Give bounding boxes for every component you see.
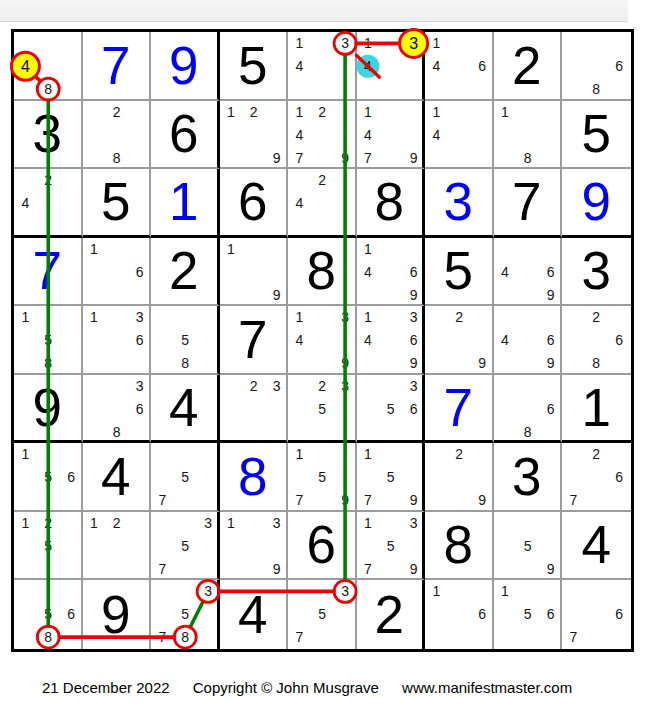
candidate-3: 3 [273,379,281,393]
candidate-1: 1 [295,36,303,50]
candidate-8: 8 [44,82,52,96]
cell-r8c3[interactable]: 357 [151,512,220,581]
cell-r9c3[interactable]: 3578 [151,580,220,649]
candidate-1: 1 [21,310,29,324]
cell-r7c1[interactable]: 156 [14,443,83,512]
cell-r8c7[interactable]: 8 [425,512,494,581]
cell-r2c8[interactable]: 18 [494,101,563,170]
given-digit: 4 [151,375,217,441]
given-digit: 8 [357,169,423,235]
cell-r1c7[interactable]: 146 [425,32,494,101]
candidate-4: 4 [295,128,303,142]
candidate-5: 5 [44,470,52,484]
cell-r1c5[interactable]: 134 [288,32,357,101]
candidate-5: 5 [181,333,189,347]
cell-r5c1[interactable]: 158 [14,306,83,375]
cell-r6c4[interactable]: 23 [220,375,289,444]
candidate-4: 4 [364,265,372,279]
cell-r5c2[interactable]: 136 [83,306,152,375]
candidate-2: 2 [318,379,326,393]
candidate-2: 2 [318,173,326,187]
cell-r8c5[interactable]: 6 [288,512,357,581]
candidate-8: 8 [113,151,121,165]
candidate-9: 9 [341,356,349,370]
candidate-9: 9 [273,288,281,302]
cell-r5c3[interactable]: 58 [151,306,220,375]
given-digit: 6 [151,101,217,168]
cell-r9c4[interactable]: 4 [220,580,289,649]
candidate-6: 6 [547,333,555,347]
given-digit: 4 [562,512,631,579]
given-digit: 8 [425,512,492,579]
candidate-2: 2 [318,105,326,119]
cell-r9c5[interactable]: 357 [288,580,357,649]
cell-r8c4[interactable]: 139 [220,512,289,581]
candidate-6: 6 [478,607,486,621]
cell-r7c7[interactable]: 29 [425,443,494,512]
cell-r1c9[interactable]: 68 [562,32,631,101]
cell-r2c3[interactable]: 6 [151,101,220,170]
cell-r4c9[interactable]: 3 [562,238,631,307]
candidate-5: 5 [181,539,189,553]
cell-r7c9[interactable]: 267 [562,443,631,512]
candidate-5: 5 [44,333,52,347]
candidate-4: 4 [21,196,29,210]
given-digit: 3 [14,101,81,168]
candidate-7: 7 [158,630,166,644]
candidate-5: 5 [524,539,532,553]
window-top-bar [0,0,628,22]
candidate-7: 7 [295,630,303,644]
cell-r5c4[interactable]: 7 [220,306,289,375]
candidate-5: 5 [318,470,326,484]
candidate-9: 9 [273,562,281,576]
candidate-3: 3 [410,379,418,393]
given-digit: 5 [220,32,287,99]
candidate-8: 8 [181,356,189,370]
candidate-5: 5 [524,607,532,621]
given-digit: 7 [220,306,287,373]
cell-r5c9[interactable]: 268 [562,306,631,375]
candidate-1: 1 [21,447,29,461]
cell-r1c4[interactable]: 5 [220,32,289,101]
given-digit: 7 [494,169,561,235]
candidate-4: 4 [501,265,509,279]
given-digit: 5 [562,101,631,168]
given-digit: 8 [288,238,355,305]
cell-r2c1[interactable]: 3 [14,101,83,170]
candidate-9: 9 [410,356,418,370]
candidate-1: 1 [295,310,303,324]
candidate-4: 4 [432,128,440,142]
cell-r4c4[interactable]: 19 [220,238,289,307]
candidate-6: 6 [547,402,555,416]
cell-r4c6[interactable]: 1469 [357,238,426,307]
candidate-9: 9 [547,356,555,370]
cell-r6c5[interactable]: 235 [288,375,357,444]
cell-r6c2[interactable]: 368 [83,375,152,444]
solved-digit: 9 [151,32,217,99]
candidate-1: 1 [90,242,98,256]
cell-r2c2[interactable]: 28 [83,101,152,170]
candidate-1: 1 [432,105,440,119]
given-digit: 5 [83,169,150,235]
cell-r3c8[interactable]: 7 [494,169,563,238]
solved-digit: 8 [220,443,287,510]
candidate-8: 8 [524,425,532,439]
candidate-5: 5 [387,470,395,484]
candidate-9: 9 [410,493,418,507]
candidate-3: 3 [273,516,281,530]
solved-digit: 3 [425,169,492,235]
cell-r4c7[interactable]: 5 [425,238,494,307]
candidate-4: 4 [295,59,303,73]
cell-r4c1[interactable]: 7 [14,238,83,307]
candidate-1: 1 [501,105,509,119]
cell-r6c1[interactable]: 9 [14,375,83,444]
candidate-3: 3 [136,379,144,393]
candidate-6: 6 [410,333,418,347]
candidate-2: 2 [44,173,52,187]
candidate-1: 1 [432,584,440,598]
candidate-1: 1 [364,242,372,256]
candidate-9: 9 [410,151,418,165]
candidate-8: 8 [44,356,52,370]
candidate-1: 1 [295,105,303,119]
candidate-3: 3 [341,379,349,393]
candidate-4: 4 [364,128,372,142]
candidate-3: 3 [204,516,212,530]
cell-r2c6[interactable]: 1479 [357,101,426,170]
candidate-1: 1 [364,36,372,50]
cell-r9c1[interactable]: 568 [14,580,83,649]
candidate-1: 1 [432,36,440,50]
candidate-7: 7 [569,630,577,644]
cell-r3c3[interactable]: 1 [151,169,220,238]
candidate-2: 2 [44,516,52,530]
cell-r1c6[interactable]: 134 [357,32,426,101]
cell-r4c3[interactable]: 2 [151,238,220,307]
candidate-5: 5 [44,607,52,621]
candidate-3: 3 [410,36,418,50]
cell-r5c8[interactable]: 469 [494,306,563,375]
cell-r5c6[interactable]: 13469 [357,306,426,375]
candidate-5: 5 [318,402,326,416]
given-digit: 2 [357,580,423,649]
candidate-1: 1 [364,516,372,530]
candidate-1: 1 [295,447,303,461]
candidate-1: 1 [227,242,235,256]
cell-r8c9[interactable]: 4 [562,512,631,581]
candidate-8: 8 [592,356,600,370]
candidate-3: 3 [204,584,212,598]
candidate-6: 6 [615,607,623,621]
candidate-4: 4 [364,59,372,73]
cell-r6c3[interactable]: 4 [151,375,220,444]
cell-r4c8[interactable]: 469 [494,238,563,307]
candidate-6: 6 [136,265,144,279]
candidate-9: 9 [410,562,418,576]
candidate-6: 6 [615,59,623,73]
given-digit: 1 [562,375,631,441]
cell-r7c4[interactable]: 8 [220,443,289,512]
candidate-1: 1 [227,105,235,119]
given-digit: 3 [562,238,631,305]
given-digit: 3 [494,443,561,510]
candidate-1: 1 [227,516,235,530]
cell-r7c3[interactable]: 57 [151,443,220,512]
candidate-1: 1 [21,516,29,530]
candidate-6: 6 [410,265,418,279]
candidate-5: 5 [387,402,395,416]
footer: 21 December 2022 Copyright © John Musgra… [42,679,572,696]
candidate-7: 7 [364,493,372,507]
candidate-6: 6 [478,59,486,73]
cell-r1c1[interactable]: 8 [14,32,83,101]
candidate-2: 2 [455,447,463,461]
candidate-2: 2 [455,310,463,324]
cell-r9c9[interactable]: 67 [562,580,631,649]
candidate-7: 7 [158,562,166,576]
candidate-3: 3 [341,36,349,50]
candidate-2: 2 [113,105,121,119]
solved-digit: 7 [14,238,81,305]
candidate-9: 9 [410,288,418,302]
candidate-9: 9 [478,356,486,370]
cell-r3c2[interactable]: 5 [83,169,152,238]
given-digit: 4 [83,443,150,510]
candidate-5: 5 [181,607,189,621]
cell-r6c9[interactable]: 1 [562,375,631,444]
candidate-6: 6 [547,607,555,621]
candidate-3: 3 [136,310,144,324]
candidate-4: 4 [501,333,509,347]
candidate-7: 7 [364,562,372,576]
candidate-6: 6 [67,607,75,621]
cell-r8c1[interactable]: 125 [14,512,83,581]
candidate-5: 5 [318,607,326,621]
cell-r3c7[interactable]: 3 [425,169,494,238]
candidate-9: 9 [273,151,281,165]
solved-digit: 9 [562,169,631,235]
cell-r2c5[interactable]: 12479 [288,101,357,170]
given-digit: 4 [220,580,287,649]
cell-r3c1[interactable]: 24 [14,169,83,238]
given-digit: 2 [151,238,217,305]
candidate-7: 7 [295,493,303,507]
candidate-7: 7 [158,493,166,507]
candidate-7: 7 [295,151,303,165]
cell-r6c8[interactable]: 68 [494,375,563,444]
candidate-2: 2 [113,516,121,530]
candidate-6: 6 [67,470,75,484]
cell-r9c2[interactable]: 9 [83,580,152,649]
given-digit: 5 [425,238,492,305]
candidate-3: 3 [410,516,418,530]
given-digit: 6 [220,169,287,235]
candidate-4: 4 [364,333,372,347]
candidate-1: 1 [364,105,372,119]
candidate-4: 4 [295,196,303,210]
cell-r4c5[interactable]: 8 [288,238,357,307]
candidate-6: 6 [615,333,623,347]
cell-r7c6[interactable]: 1579 [357,443,426,512]
cell-r9c8[interactable]: 156 [494,580,563,649]
cell-r4c2[interactable]: 16 [83,238,152,307]
candidate-8: 8 [44,630,52,644]
candidate-2: 2 [592,310,600,324]
candidate-5: 5 [387,539,395,553]
cell-r5c7[interactable]: 29 [425,306,494,375]
candidate-3: 3 [341,584,349,598]
candidate-7: 7 [569,493,577,507]
cell-r6c6[interactable]: 356 [357,375,426,444]
candidate-1: 1 [90,516,98,530]
candidate-1: 1 [90,310,98,324]
candidate-1: 1 [501,584,509,598]
candidate-7: 7 [364,151,372,165]
candidate-6: 6 [136,333,144,347]
cell-r7c2[interactable]: 4 [83,443,152,512]
cell-r8c8[interactable]: 59 [494,512,563,581]
footer-website[interactable]: www.manifestmaster.com [402,679,572,696]
cell-r3c6[interactable]: 8 [357,169,426,238]
candidate-5: 5 [181,470,189,484]
cell-r2c4[interactable]: 129 [220,101,289,170]
solved-digit: 1 [151,169,217,235]
cell-r6c7[interactable]: 7 [425,375,494,444]
candidate-2: 2 [250,105,258,119]
candidate-4: 4 [295,333,303,347]
candidate-9: 9 [341,493,349,507]
solved-digit: 7 [83,32,150,99]
cell-r3c9[interactable]: 9 [562,169,631,238]
candidate-6: 6 [547,265,555,279]
cell-r5c5[interactable]: 1349 [288,306,357,375]
candidate-9: 9 [547,288,555,302]
footer-date: 21 December 2022 [42,679,170,696]
sudoku-board: 8795134134146268328612912479147914185245… [11,29,634,652]
candidate-9: 9 [478,493,486,507]
candidate-6: 6 [410,402,418,416]
candidate-8: 8 [181,630,189,644]
given-digit: 2 [494,32,561,99]
candidate-1: 1 [364,447,372,461]
cell-r1c2[interactable]: 7 [83,32,152,101]
candidate-2: 2 [592,447,600,461]
cell-r9c6[interactable]: 2 [357,580,426,649]
cell-r3c4[interactable]: 6 [220,169,289,238]
cell-r1c8[interactable]: 2 [494,32,563,101]
footer-copyright: Copyright © John Musgrave [193,679,379,696]
candidate-4: 4 [432,59,440,73]
candidate-3: 3 [410,310,418,324]
candidate-8: 8 [592,82,600,96]
candidate-3: 3 [341,310,349,324]
cell-r2c7[interactable]: 14 [425,101,494,170]
candidate-8: 8 [524,151,532,165]
candidate-9: 9 [547,562,555,576]
candidate-2: 2 [250,379,258,393]
candidate-6: 6 [136,402,144,416]
cell-r8c2[interactable]: 12 [83,512,152,581]
solved-digit: 7 [425,375,492,441]
given-digit: 9 [14,375,81,441]
given-digit: 9 [83,580,150,649]
candidate-1: 1 [364,310,372,324]
cell-r8c6[interactable]: 13579 [357,512,426,581]
candidate-8: 8 [113,425,121,439]
cell-r7c5[interactable]: 1579 [288,443,357,512]
given-digit: 6 [288,512,355,579]
cell-r9c7[interactable]: 16 [425,580,494,649]
candidate-5: 5 [44,539,52,553]
cell-r3c5[interactable]: 24 [288,169,357,238]
candidate-6: 6 [615,470,623,484]
cell-r2c9[interactable]: 5 [562,101,631,170]
candidate-9: 9 [341,151,349,165]
cell-r7c8[interactable]: 3 [494,443,563,512]
cell-r1c3[interactable]: 9 [151,32,220,101]
